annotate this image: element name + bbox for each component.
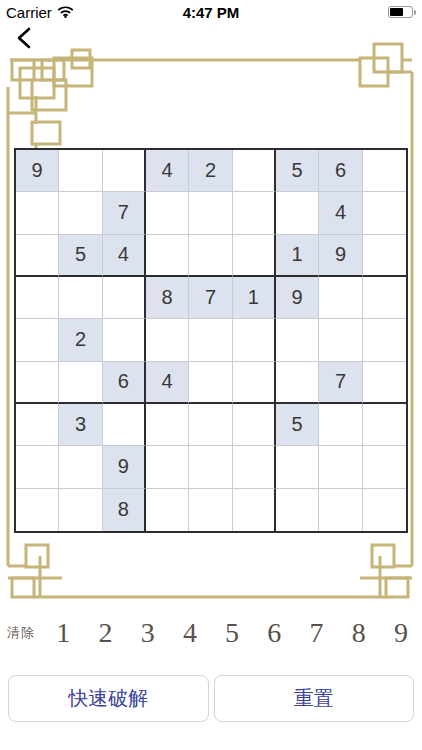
cell-r5c4[interactable] — [146, 319, 189, 361]
cell-r1c7[interactable]: 5 — [276, 150, 319, 192]
cell-r9c1[interactable] — [16, 489, 59, 531]
status-bar: Carrier 4:47 PM — [0, 0, 422, 22]
cell-r9c6[interactable] — [233, 489, 276, 531]
cell-r7c4[interactable] — [146, 404, 189, 446]
quick-solve-button[interactable]: 快速破解 — [8, 675, 209, 722]
cell-r7c3[interactable] — [103, 404, 146, 446]
cell-r8c2[interactable] — [59, 446, 102, 488]
cell-r5c7[interactable] — [276, 319, 319, 361]
cell-r6c8[interactable]: 7 — [319, 362, 362, 404]
digit-button-5[interactable]: 5 — [211, 617, 253, 649]
digit-button-3[interactable]: 3 — [127, 617, 169, 649]
digit-button-1[interactable]: 1 — [42, 617, 84, 649]
cell-r1c9[interactable] — [363, 150, 406, 192]
cell-r6c9[interactable] — [363, 362, 406, 404]
battery-icon — [388, 6, 416, 18]
digit-button-7[interactable]: 7 — [295, 617, 337, 649]
cell-r4c9[interactable] — [363, 277, 406, 319]
cell-r1c5[interactable]: 2 — [189, 150, 232, 192]
cell-r7c2[interactable]: 3 — [59, 404, 102, 446]
cell-r6c1[interactable] — [16, 362, 59, 404]
cell-r5c2[interactable]: 2 — [59, 319, 102, 361]
cell-r9c5[interactable] — [189, 489, 232, 531]
sudoku-board: 94256745419871926473598 — [14, 148, 408, 533]
cell-r4c8[interactable] — [319, 277, 362, 319]
cell-r1c3[interactable] — [103, 150, 146, 192]
number-pad: 清除 1 2 3 4 5 6 7 8 9 — [0, 612, 422, 654]
cell-r1c8[interactable]: 6 — [319, 150, 362, 192]
cell-r2c5[interactable] — [189, 192, 232, 234]
cell-r2c8[interactable]: 4 — [319, 192, 362, 234]
cell-r8c1[interactable] — [16, 446, 59, 488]
cell-r7c1[interactable] — [16, 404, 59, 446]
cell-r6c4[interactable]: 4 — [146, 362, 189, 404]
cell-r9c7[interactable] — [276, 489, 319, 531]
cell-r3c5[interactable] — [189, 235, 232, 277]
cell-r4c2[interactable] — [59, 277, 102, 319]
cell-r3c6[interactable] — [233, 235, 276, 277]
cell-r4c4[interactable]: 8 — [146, 277, 189, 319]
digit-button-4[interactable]: 4 — [169, 617, 211, 649]
cell-r1c6[interactable] — [233, 150, 276, 192]
battery-fill — [390, 8, 403, 16]
cell-r1c4[interactable]: 4 — [146, 150, 189, 192]
digit-button-2[interactable]: 2 — [84, 617, 126, 649]
cell-r1c2[interactable] — [59, 150, 102, 192]
cell-r5c6[interactable] — [233, 319, 276, 361]
cell-r4c5[interactable]: 7 — [189, 277, 232, 319]
cell-r6c3[interactable]: 6 — [103, 362, 146, 404]
cell-r2c9[interactable] — [363, 192, 406, 234]
cell-r5c3[interactable] — [103, 319, 146, 361]
cell-r8c7[interactable] — [276, 446, 319, 488]
action-bar: 快速破解 重置 — [8, 675, 414, 722]
cell-r9c3[interactable]: 8 — [103, 489, 146, 531]
cell-r8c3[interactable]: 9 — [103, 446, 146, 488]
cell-r2c7[interactable] — [276, 192, 319, 234]
clear-button[interactable]: 清除 — [0, 624, 42, 642]
cell-r7c8[interactable] — [319, 404, 362, 446]
carrier-label: Carrier — [6, 4, 52, 21]
cell-r4c3[interactable] — [103, 277, 146, 319]
cell-r2c3[interactable]: 7 — [103, 192, 146, 234]
cell-r6c6[interactable] — [233, 362, 276, 404]
cell-r6c5[interactable] — [189, 362, 232, 404]
cell-r6c7[interactable] — [276, 362, 319, 404]
chevron-left-icon — [14, 26, 38, 50]
cell-r1c1[interactable]: 9 — [16, 150, 59, 192]
cell-r4c7[interactable]: 9 — [276, 277, 319, 319]
cell-r7c6[interactable] — [233, 404, 276, 446]
cell-r4c6[interactable]: 1 — [233, 277, 276, 319]
cell-r9c8[interactable] — [319, 489, 362, 531]
back-button[interactable] — [14, 26, 38, 50]
cell-r3c4[interactable] — [146, 235, 189, 277]
cell-r7c9[interactable] — [363, 404, 406, 446]
cell-r9c2[interactable] — [59, 489, 102, 531]
cell-r5c9[interactable] — [363, 319, 406, 361]
cell-r3c7[interactable]: 1 — [276, 235, 319, 277]
cell-r5c5[interactable] — [189, 319, 232, 361]
cell-r3c9[interactable] — [363, 235, 406, 277]
cell-r8c6[interactable] — [233, 446, 276, 488]
cell-r3c2[interactable]: 5 — [59, 235, 102, 277]
cell-r8c9[interactable] — [363, 446, 406, 488]
digit-button-6[interactable]: 6 — [253, 617, 295, 649]
cell-r2c1[interactable] — [16, 192, 59, 234]
cell-r5c8[interactable] — [319, 319, 362, 361]
cell-r4c1[interactable] — [16, 277, 59, 319]
cell-r3c3[interactable]: 4 — [103, 235, 146, 277]
cell-r8c4[interactable] — [146, 446, 189, 488]
wifi-icon — [57, 6, 74, 18]
digit-button-9[interactable]: 9 — [380, 617, 422, 649]
cell-r9c9[interactable] — [363, 489, 406, 531]
cell-r3c1[interactable] — [16, 235, 59, 277]
cell-r8c5[interactable] — [189, 446, 232, 488]
cell-r8c8[interactable] — [319, 446, 362, 488]
cell-r9c4[interactable] — [146, 489, 189, 531]
cell-r2c6[interactable] — [233, 192, 276, 234]
digit-button-8[interactable]: 8 — [338, 617, 380, 649]
cell-r2c4[interactable] — [146, 192, 189, 234]
cell-r2c2[interactable] — [59, 192, 102, 234]
cell-r3c8[interactable]: 9 — [319, 235, 362, 277]
cell-r7c7[interactable]: 5 — [276, 404, 319, 446]
reset-button[interactable]: 重置 — [214, 675, 415, 722]
cell-r6c2[interactable] — [59, 362, 102, 404]
cell-r7c5[interactable] — [189, 404, 232, 446]
cell-r5c1[interactable] — [16, 319, 59, 361]
